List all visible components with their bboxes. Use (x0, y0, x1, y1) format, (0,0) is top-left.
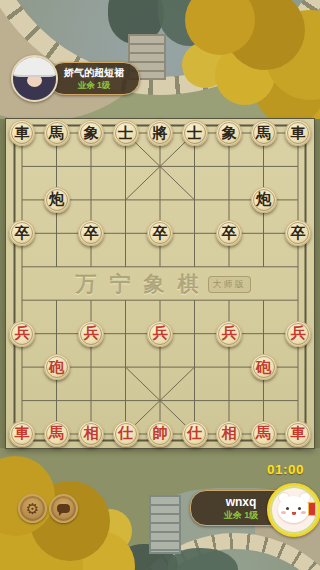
piece-炮-black[interactable]: 炮 (251, 187, 277, 213)
piece-士-black[interactable]: 士 (113, 120, 139, 146)
piece-砲-red[interactable]: 砲 (44, 354, 70, 380)
piece-將-black[interactable]: 將 (147, 120, 173, 146)
piece-士-black[interactable]: 士 (182, 120, 208, 146)
move-timer: 01:00 (250, 462, 304, 477)
avatar-cat-eye (286, 507, 289, 510)
player-name: wnxq (226, 495, 257, 509)
piece-相-red[interactable]: 相 (78, 421, 104, 447)
piece-馬-red[interactable]: 馬 (251, 421, 277, 447)
xiangqi-board[interactable]: 万宁象棋 大师版 車馬象士將士象馬車炮炮卒卒卒卒卒兵兵兵兵兵砲砲車馬相仕帥仕相馬… (6, 119, 314, 448)
piece-兵-red[interactable]: 兵 (9, 321, 35, 347)
opponent-level: 业余 1级 (78, 80, 111, 92)
piece-馬-black[interactable]: 馬 (44, 120, 70, 146)
tile-column (149, 495, 181, 554)
opponent-avatar[interactable] (11, 55, 58, 102)
avatar-cat-blush (301, 511, 306, 514)
piece-兵-red[interactable]: 兵 (285, 321, 311, 347)
piece-車-red[interactable]: 車 (9, 421, 35, 447)
avatar-cat-mouth (292, 512, 296, 515)
opponent-name: 娇气的超短裙 (64, 66, 124, 80)
avatar-cat-eye (298, 507, 301, 510)
piece-車-red[interactable]: 車 (285, 421, 311, 447)
player-avatar[interactable] (267, 483, 320, 537)
player-level: 业余 1级 (224, 509, 259, 522)
piece-仕-red[interactable]: 仕 (182, 421, 208, 447)
avatar-cat-blush (281, 511, 286, 514)
piece-砲-red[interactable]: 砲 (251, 354, 277, 380)
piece-馬-black[interactable]: 馬 (251, 120, 277, 146)
piece-兵-red[interactable]: 兵 (78, 321, 104, 347)
piece-象-black[interactable]: 象 (216, 120, 242, 146)
piece-車-black[interactable]: 車 (285, 120, 311, 146)
piece-兵-red[interactable]: 兵 (147, 321, 173, 347)
piece-炮-black[interactable]: 炮 (44, 187, 70, 213)
piece-車-black[interactable]: 車 (9, 120, 35, 146)
avatar-lucky-tag (308, 502, 316, 516)
piece-仕-red[interactable]: 仕 (113, 421, 139, 447)
piece-兵-red[interactable]: 兵 (216, 321, 242, 347)
piece-馬-red[interactable]: 馬 (44, 421, 70, 447)
opponent-name-plate: 娇气的超短裙 业余 1级 (48, 62, 140, 95)
chat-bubble-icon (57, 504, 70, 513)
game-screen: 万宁象棋 大师版 車馬象士將士象馬車炮炮卒卒卒卒卒兵兵兵兵兵砲砲車馬相仕帥仕相馬… (0, 0, 320, 570)
piece-相-red[interactable]: 相 (216, 421, 242, 447)
piece-象-black[interactable]: 象 (78, 120, 104, 146)
board-grid (6, 119, 314, 448)
avatar-cat-head (278, 496, 309, 523)
settings-button[interactable]: ⚙ (18, 494, 47, 523)
chat-button[interactable] (49, 494, 78, 523)
piece-帥-red[interactable]: 帥 (147, 421, 173, 447)
gear-icon: ⚙ (26, 501, 39, 516)
